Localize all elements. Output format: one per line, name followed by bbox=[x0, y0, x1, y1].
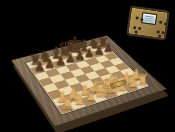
module-buttons-left-bottom bbox=[133, 26, 136, 29]
square-a7: ♟ bbox=[31, 66, 45, 74]
square-b6 bbox=[45, 68, 60, 77]
square-b4 bbox=[54, 80, 69, 89]
module-lcd-screen bbox=[141, 12, 157, 25]
chess-board: ♜♞♝♛♚♝♞♜♟♟♟♟♟♟♟♟♟♟♟♟♟♟♟♟♜♞♝♛♚♝♞♜ bbox=[11, 35, 167, 127]
square-c6 bbox=[55, 66, 70, 74]
square-h5 bbox=[109, 58, 124, 66]
module-buttons-right-top bbox=[159, 21, 162, 24]
chess-computer-module bbox=[126, 5, 170, 40]
module-buttons-left-top bbox=[135, 16, 138, 19]
module-buttons-right-bottom bbox=[157, 30, 160, 33]
lcd-text-lines-icon bbox=[145, 16, 154, 18]
product-photo-chess-set: ♜♞♝♛♚♝♞♜♟♟♟♟♟♟♟♟♟♟♟♟♟♟♟♟♜♞♝♛♚♝♞♜ bbox=[0, 0, 175, 132]
